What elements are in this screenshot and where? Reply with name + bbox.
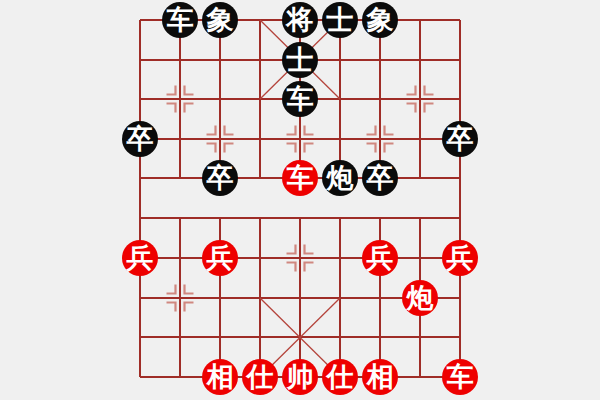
piece-red-soldier[interactable]: 兵 <box>122 240 158 276</box>
piece-black-general[interactable]: 将 <box>282 2 318 38</box>
piece-red-advisor[interactable]: 仕 <box>242 359 278 395</box>
piece-label: 炮 <box>407 285 434 312</box>
piece-black-cannon[interactable]: 炮 <box>322 160 358 196</box>
piece-label: 车 <box>287 165 314 192</box>
piece-red-cannon[interactable]: 炮 <box>402 280 438 316</box>
piece-black-soldier[interactable]: 卒 <box>122 121 158 157</box>
piece-label: 象 <box>207 7 234 34</box>
piece-label: 车 <box>287 86 314 113</box>
piece-red-chariot[interactable]: 车 <box>442 359 478 395</box>
piece-black-advisor[interactable]: 士 <box>322 2 358 38</box>
piece-label: 兵 <box>367 245 394 272</box>
piece-label: 兵 <box>207 245 234 272</box>
piece-black-elephant[interactable]: 象 <box>202 2 238 38</box>
piece-label: 将 <box>287 7 314 34</box>
xiangqi-app: 车象将士象士车卒卒卒车炮卒兵兵兵兵炮相仕帅仕相车 <box>0 0 600 400</box>
piece-label: 帅 <box>287 364 314 391</box>
piece-red-advisor[interactable]: 仕 <box>322 359 358 395</box>
piece-label: 炮 <box>327 165 354 192</box>
piece-label: 兵 <box>447 245 474 272</box>
piece-label: 仕 <box>247 364 274 391</box>
piece-black-chariot[interactable]: 车 <box>162 2 198 38</box>
piece-red-elephant[interactable]: 相 <box>362 359 398 395</box>
piece-label: 卒 <box>367 165 394 192</box>
piece-red-chariot[interactable]: 车 <box>282 160 318 196</box>
piece-red-general[interactable]: 帅 <box>282 359 318 395</box>
piece-black-soldier[interactable]: 卒 <box>202 160 238 196</box>
piece-red-soldier[interactable]: 兵 <box>442 240 478 276</box>
piece-label: 仕 <box>327 364 354 391</box>
piece-label: 卒 <box>127 126 154 153</box>
piece-label: 象 <box>367 7 394 34</box>
piece-label: 兵 <box>127 245 154 272</box>
piece-black-soldier[interactable]: 卒 <box>442 121 478 157</box>
xiangqi-board: 车象将士象士车卒卒卒车炮卒兵兵兵兵炮相仕帅仕相车 <box>0 0 600 400</box>
pieces-layer: 车象将士象士车卒卒卒车炮卒兵兵兵兵炮相仕帅仕相车 <box>0 0 600 400</box>
piece-black-elephant[interactable]: 象 <box>362 2 398 38</box>
piece-black-advisor[interactable]: 士 <box>282 42 318 78</box>
piece-black-chariot[interactable]: 车 <box>282 81 318 117</box>
piece-label: 相 <box>367 364 394 391</box>
piece-label: 卒 <box>207 165 234 192</box>
piece-red-soldier[interactable]: 兵 <box>202 240 238 276</box>
piece-label: 士 <box>287 47 314 74</box>
piece-label: 车 <box>447 364 474 391</box>
piece-black-soldier[interactable]: 卒 <box>362 160 398 196</box>
piece-red-soldier[interactable]: 兵 <box>362 240 398 276</box>
piece-label: 相 <box>207 364 234 391</box>
piece-label: 车 <box>167 7 194 34</box>
piece-label: 士 <box>327 7 354 34</box>
piece-label: 卒 <box>447 126 474 153</box>
piece-red-elephant[interactable]: 相 <box>202 359 238 395</box>
